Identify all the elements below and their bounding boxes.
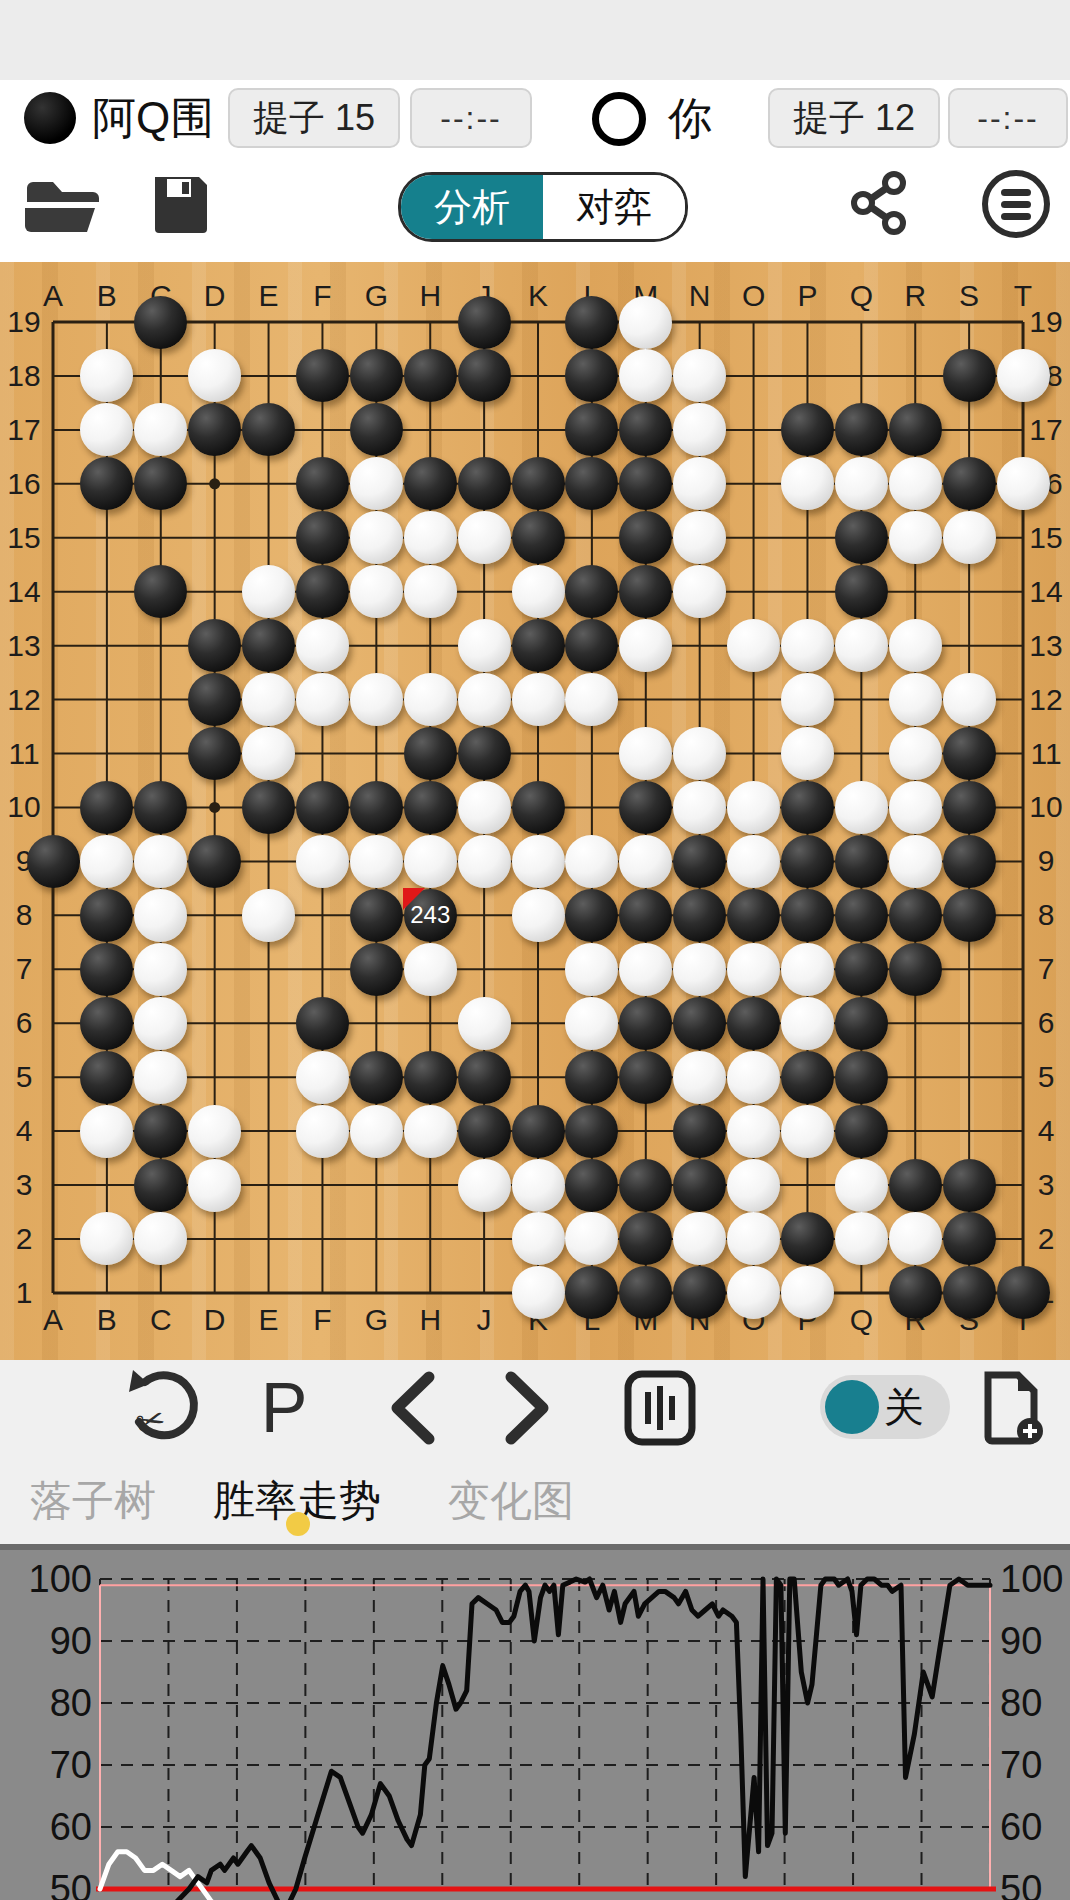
black-stone-Q4[interactable] [835, 1105, 888, 1158]
black-stone-S16[interactable] [943, 457, 996, 510]
white-stone-M9[interactable] [619, 835, 672, 888]
white-stone-D4[interactable] [188, 1105, 241, 1158]
white-stone-O13[interactable] [727, 619, 780, 672]
black-stone-F15[interactable] [296, 511, 349, 564]
black-stone-L4[interactable] [565, 1105, 618, 1158]
white-stone-O3[interactable] [727, 1159, 780, 1212]
white-stone-T18[interactable] [997, 349, 1050, 402]
white-stone-O9[interactable] [727, 835, 780, 888]
new-file-button[interactable] [968, 1360, 1058, 1455]
bottom-toolbar: ✂ P 关 [0, 1360, 1070, 1455]
black-stone-R17[interactable] [889, 403, 942, 456]
white-stone-L9[interactable] [565, 835, 618, 888]
white-stone-E11[interactable] [242, 727, 295, 780]
black-stone-Q14[interactable] [835, 565, 888, 618]
white-stone-L6[interactable] [565, 997, 618, 1050]
star-point [209, 478, 220, 489]
white-stone-G9[interactable] [350, 835, 403, 888]
white-stone-D3[interactable] [188, 1159, 241, 1212]
black-stone-S1[interactable] [943, 1266, 996, 1319]
undo-button[interactable]: ✂ [118, 1360, 213, 1455]
black-stone-Q6[interactable] [835, 997, 888, 1050]
black-stone-G5[interactable] [350, 1051, 403, 1104]
black-stone-R3[interactable] [889, 1159, 942, 1212]
open-folder-button[interactable] [20, 170, 106, 240]
black-stone-F10[interactable] [296, 781, 349, 834]
black-stone-S11[interactable] [943, 727, 996, 780]
white-timer: --:-- [948, 88, 1068, 148]
black-stone-H18[interactable] [404, 349, 457, 402]
white-stone-B4[interactable] [80, 1105, 133, 1158]
black-stone-P5[interactable] [781, 1051, 834, 1104]
white-stone-F12[interactable] [296, 673, 349, 726]
svg-text:100: 100 [29, 1558, 92, 1600]
black-stone-K15[interactable] [512, 511, 565, 564]
white-stone-H7[interactable] [404, 943, 457, 996]
black-stone-G10[interactable] [350, 781, 403, 834]
svg-text:60: 60 [1000, 1806, 1042, 1848]
black-stone-G18[interactable] [350, 349, 403, 402]
black-stone-C4[interactable] [134, 1105, 187, 1158]
tab-analysis[interactable]: 分析 [401, 175, 543, 239]
white-stone-R15[interactable] [889, 511, 942, 564]
black-stone-G17[interactable] [350, 403, 403, 456]
tab-play[interactable]: 对弈 [543, 175, 685, 239]
white-captures-count: 12 [875, 97, 915, 139]
white-stone-P16[interactable] [781, 457, 834, 510]
white-stone-P1[interactable] [781, 1266, 834, 1319]
black-stone-B7[interactable] [80, 943, 133, 996]
black-stone-N3[interactable] [673, 1159, 726, 1212]
toggle-knob [825, 1380, 879, 1434]
white-stone-P6[interactable] [781, 997, 834, 1050]
black-stone-Q17[interactable] [835, 403, 888, 456]
white-stone-R12[interactable] [889, 673, 942, 726]
white-stone-J6[interactable] [458, 997, 511, 1050]
black-stone-P8[interactable] [781, 889, 834, 942]
black-stone-N4[interactable] [673, 1105, 726, 1158]
black-stone-N8[interactable] [673, 889, 726, 942]
svg-text:100: 100 [1000, 1558, 1063, 1600]
black-stone-L8[interactable] [565, 889, 618, 942]
next-move-button[interactable] [486, 1360, 570, 1455]
white-stone-icon [592, 92, 646, 146]
black-stone-F14[interactable] [296, 565, 349, 618]
black-stone-K13[interactable] [512, 619, 565, 672]
tab-variation-diagram[interactable]: 变化图 [448, 1473, 574, 1529]
panel-tabs: 落子树 胜率走势 变化图 [0, 1455, 1070, 1544]
black-stone-O8[interactable] [727, 889, 780, 942]
white-stone-N5[interactable] [673, 1051, 726, 1104]
black-stone-P9[interactable] [781, 835, 834, 888]
black-stone-K10[interactable] [512, 781, 565, 834]
white-stone-N10[interactable] [673, 781, 726, 834]
black-stone-G7[interactable] [350, 943, 403, 996]
black-stone-H8[interactable]: 243 [404, 889, 457, 942]
white-stone-F4[interactable] [296, 1105, 349, 1158]
white-stone-E8[interactable] [242, 889, 295, 942]
black-stone-J4[interactable] [458, 1105, 511, 1158]
svg-text:✂: ✂ [131, 1398, 168, 1442]
black-stone-R7[interactable] [889, 943, 942, 996]
white-stone-K9[interactable] [512, 835, 565, 888]
black-stone-H16[interactable] [404, 457, 457, 510]
black-stone-N9[interactable] [673, 835, 726, 888]
black-player-name: 阿Q围 [92, 94, 214, 142]
mode-toggle[interactable]: 分析 对弈 [398, 172, 688, 242]
black-stone-Q7[interactable] [835, 943, 888, 996]
white-stone-N14[interactable] [673, 565, 726, 618]
white-stone-Q3[interactable] [835, 1159, 888, 1212]
white-stone-S12[interactable] [943, 673, 996, 726]
black-stone-C19[interactable] [134, 296, 187, 349]
active-tab-dot [286, 1512, 310, 1536]
white-stone-R16[interactable] [889, 457, 942, 510]
black-stone-H5[interactable] [404, 1051, 457, 1104]
winrate-chart-svg: 10010090908080707060605050 [0, 1550, 1070, 1900]
black-winrate-line [171, 1579, 990, 1900]
white-captures-label: 提子 [793, 94, 865, 143]
white-stone-K14[interactable] [512, 565, 565, 618]
black-stone-S18[interactable] [943, 349, 996, 402]
black-stone-S9[interactable] [943, 835, 996, 888]
white-stone-G4[interactable] [350, 1105, 403, 1158]
undo-scissors-icon: ✂ [123, 1368, 209, 1448]
white-stone-Q16[interactable] [835, 457, 888, 510]
share-icon [851, 171, 909, 235]
white-stone-S15[interactable] [943, 511, 996, 564]
white-stone-C9[interactable] [134, 835, 187, 888]
white-stone-H9[interactable] [404, 835, 457, 888]
status-bar [0, 0, 1070, 80]
black-stone-S2[interactable] [943, 1212, 996, 1265]
white-stone-M11[interactable] [619, 727, 672, 780]
white-stone-P4[interactable] [781, 1105, 834, 1158]
black-stone-D11[interactable] [188, 727, 241, 780]
white-stone-P7[interactable] [781, 943, 834, 996]
black-stone-M8[interactable] [619, 889, 672, 942]
analysis-chart-button[interactable] [615, 1360, 705, 1455]
black-stone-M3[interactable] [619, 1159, 672, 1212]
white-stone-P13[interactable] [781, 619, 834, 672]
black-stone-K16[interactable] [512, 457, 565, 510]
white-stone-H15[interactable] [404, 511, 457, 564]
black-stone-T1[interactable] [997, 1266, 1050, 1319]
header: 阿Q围 提子 15 --:-- 你 提子 12 --:-- [0, 80, 1070, 262]
white-stone-Q2[interactable] [835, 1212, 888, 1265]
svg-text:70: 70 [50, 1744, 92, 1786]
black-stone-M10[interactable] [619, 781, 672, 834]
white-stone-C5[interactable] [134, 1051, 187, 1104]
black-stone-F6[interactable] [296, 997, 349, 1050]
white-stone-P11[interactable] [781, 727, 834, 780]
white-stone-J15[interactable] [458, 511, 511, 564]
black-stone-J11[interactable] [458, 727, 511, 780]
white-stone-J12[interactable] [458, 673, 511, 726]
black-captures-box: 提子 15 [228, 88, 400, 148]
white-stone-F9[interactable] [296, 835, 349, 888]
save-button[interactable] [146, 168, 216, 238]
white-stone-K8[interactable] [512, 889, 565, 942]
black-stone-icon [24, 92, 76, 144]
white-stone-O4[interactable] [727, 1105, 780, 1158]
last-move-number: 243 [404, 889, 457, 942]
white-stone-R13[interactable] [889, 619, 942, 672]
black-stone-L5[interactable] [565, 1051, 618, 1104]
white-stone-J10[interactable] [458, 781, 511, 834]
black-stone-A9[interactable] [27, 835, 80, 888]
white-stone-O5[interactable] [727, 1051, 780, 1104]
tab-move-tree[interactable]: 落子树 [30, 1473, 156, 1529]
black-stone-J19[interactable] [458, 296, 511, 349]
black-stone-D13[interactable] [188, 619, 241, 672]
black-stone-P10[interactable] [781, 781, 834, 834]
white-stone-G12[interactable] [350, 673, 403, 726]
white-stone-O7[interactable] [727, 943, 780, 996]
white-winrate-line [100, 1852, 278, 1900]
white-stone-K3[interactable] [512, 1159, 565, 1212]
ai-assist-toggle[interactable]: 关 [820, 1375, 950, 1439]
go-app-screen: 阿Q围 提子 15 --:-- 你 提子 12 --:-- [0, 0, 1070, 1900]
black-stone-S8[interactable] [943, 889, 996, 942]
bar-chart-icon [624, 1370, 696, 1446]
white-stone-H4[interactable] [404, 1105, 457, 1158]
save-icon [149, 171, 213, 235]
black-stone-M6[interactable] [619, 997, 672, 1050]
white-stone-F13[interactable] [296, 619, 349, 672]
white-stone-L7[interactable] [565, 943, 618, 996]
white-stone-C7[interactable] [134, 943, 187, 996]
black-stone-B5[interactable] [80, 1051, 133, 1104]
star-point [209, 802, 220, 813]
white-stone-R9[interactable] [889, 835, 942, 888]
white-stone-K2[interactable] [512, 1212, 565, 1265]
black-timer: --:-- [410, 88, 532, 148]
white-stone-O10[interactable] [727, 781, 780, 834]
black-stone-C10[interactable] [134, 781, 187, 834]
white-stone-R10[interactable] [889, 781, 942, 834]
white-stone-R11[interactable] [889, 727, 942, 780]
black-stone-D12[interactable] [188, 673, 241, 726]
svg-text:90: 90 [1000, 1620, 1042, 1662]
white-stone-J3[interactable] [458, 1159, 511, 1212]
black-stone-S3[interactable] [943, 1159, 996, 1212]
black-stone-S10[interactable] [943, 781, 996, 834]
black-stone-F16[interactable] [296, 457, 349, 510]
black-stone-Q8[interactable] [835, 889, 888, 942]
chevron-left-icon [389, 1371, 435, 1445]
black-stone-E13[interactable] [242, 619, 295, 672]
black-stone-L3[interactable] [565, 1159, 618, 1212]
toggle-label: 关 [884, 1375, 924, 1439]
black-stone-M5[interactable] [619, 1051, 672, 1104]
share-button[interactable] [848, 168, 912, 238]
go-board[interactable]: AABBCCDDEEFFGGHHJJKKLLMMNNOOPPQQRRSSTT19… [0, 262, 1070, 1360]
white-stone-M7[interactable] [619, 943, 672, 996]
black-stone-J5[interactable] [458, 1051, 511, 1104]
black-stone-Q15[interactable] [835, 511, 888, 564]
white-stone-H14[interactable] [404, 565, 457, 618]
svg-text:80: 80 [50, 1682, 92, 1724]
black-stone-R1[interactable] [889, 1266, 942, 1319]
pass-label: P [261, 1368, 308, 1448]
white-stone-J13[interactable] [458, 619, 511, 672]
white-stone-R2[interactable] [889, 1212, 942, 1265]
pass-button[interactable]: P [244, 1360, 324, 1455]
winrate-chart: 10010090908080707060605050 [0, 1550, 1070, 1900]
black-stone-B6[interactable] [80, 997, 133, 1050]
svg-text:60: 60 [50, 1806, 92, 1848]
white-stone-K1[interactable] [512, 1266, 565, 1319]
white-stone-G16[interactable] [350, 457, 403, 510]
black-stone-H11[interactable] [404, 727, 457, 780]
black-stone-B10[interactable] [80, 781, 133, 834]
white-stone-E12[interactable] [242, 673, 295, 726]
black-stone-D9[interactable] [188, 835, 241, 888]
chevron-right-icon [505, 1371, 551, 1445]
svg-text:80: 80 [1000, 1682, 1042, 1724]
black-stone-C3[interactable] [134, 1159, 187, 1212]
white-player-name: 你 [668, 94, 712, 142]
folder-icon [23, 174, 103, 236]
menu-button[interactable] [978, 166, 1054, 242]
white-stone-B9[interactable] [80, 835, 133, 888]
black-stone-L19[interactable] [565, 296, 618, 349]
white-captures-box: 提子 12 [768, 88, 940, 148]
black-captures-count: 15 [335, 97, 375, 139]
white-stone-P12[interactable] [781, 673, 834, 726]
white-stone-M19[interactable] [619, 296, 672, 349]
white-stone-C8[interactable] [134, 889, 187, 942]
black-stone-Q5[interactable] [835, 1051, 888, 1104]
prev-move-button[interactable] [370, 1360, 454, 1455]
svg-text:50: 50 [50, 1868, 92, 1900]
white-stone-N11[interactable] [673, 727, 726, 780]
black-stone-N6[interactable] [673, 997, 726, 1050]
white-stone-Q13[interactable] [835, 619, 888, 672]
black-stone-E10[interactable] [242, 781, 295, 834]
white-stone-Q10[interactable] [835, 781, 888, 834]
black-stone-J18[interactable] [458, 349, 511, 402]
svg-text:90: 90 [50, 1620, 92, 1662]
black-stone-Q9[interactable] [835, 835, 888, 888]
white-stone-F5[interactable] [296, 1051, 349, 1104]
menu-icon [979, 167, 1053, 241]
file-plus-icon [980, 1369, 1046, 1447]
svg-text:50: 50 [1000, 1868, 1042, 1900]
black-stone-B8[interactable] [80, 889, 133, 942]
black-stone-R8[interactable] [889, 889, 942, 942]
white-stone-E14[interactable] [242, 565, 295, 618]
svg-text:70: 70 [1000, 1744, 1042, 1786]
white-stone-G14[interactable] [350, 565, 403, 618]
black-stone-O6[interactable] [727, 997, 780, 1050]
black-stone-G8[interactable] [350, 889, 403, 942]
black-stone-J16[interactable] [458, 457, 511, 510]
white-stone-G15[interactable] [350, 511, 403, 564]
black-stone-K4[interactable] [512, 1105, 565, 1158]
white-stone-C6[interactable] [134, 997, 187, 1050]
black-captures-label: 提子 [253, 94, 325, 143]
white-stone-K12[interactable] [512, 673, 565, 726]
white-stone-N7[interactable] [673, 943, 726, 996]
black-stone-H10[interactable] [404, 781, 457, 834]
black-stone-P17[interactable] [781, 403, 834, 456]
black-stone-F18[interactable] [296, 349, 349, 402]
white-stone-H12[interactable] [404, 673, 457, 726]
white-stone-T16[interactable] [997, 457, 1050, 510]
white-stone-J9[interactable] [458, 835, 511, 888]
